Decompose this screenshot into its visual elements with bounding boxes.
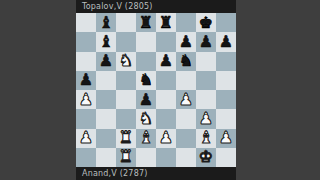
square-a3[interactable]	[76, 109, 96, 128]
square-h2[interactable]: ♟	[216, 129, 236, 148]
white-knight-icon: ♞	[139, 110, 153, 126]
square-e1[interactable]	[156, 148, 176, 167]
black-pawn-icon: ♟	[79, 72, 93, 88]
square-b5[interactable]	[96, 71, 116, 90]
square-f1[interactable]	[176, 148, 196, 167]
square-d1[interactable]	[136, 148, 156, 167]
square-a1[interactable]	[76, 148, 96, 167]
square-f2[interactable]	[176, 129, 196, 148]
white-king-icon: ♚	[199, 149, 213, 165]
black-knight-icon: ♞	[139, 72, 153, 88]
chess-board[interactable]: ♝♜♜♚♝♟♟♟♟♞♟♞♟♞♟♟♟♞♟♟♜♝♟♝♟♜♚	[76, 13, 236, 167]
square-g8[interactable]: ♚	[196, 13, 216, 32]
white-rook-icon: ♜	[119, 149, 133, 165]
square-h3[interactable]	[216, 109, 236, 128]
square-d3[interactable]: ♞	[136, 109, 156, 128]
white-player-bar: Anand,V (2787)	[76, 167, 236, 180]
black-pawn-icon: ♟	[99, 53, 113, 69]
square-a6[interactable]	[76, 52, 96, 71]
black-rook-icon: ♜	[139, 14, 153, 30]
square-d6[interactable]	[136, 52, 156, 71]
white-pawn-icon: ♟	[79, 91, 93, 107]
chess-app-window: Topalov,V (2805) ♝♜♜♚♝♟♟♟♟♞♟♞♟♞♟♟♟♞♟♟♜♝♟…	[76, 0, 236, 180]
square-a5[interactable]: ♟	[76, 71, 96, 90]
square-b2[interactable]	[96, 129, 116, 148]
white-knight-icon: ♞	[119, 53, 133, 69]
square-d8[interactable]: ♜	[136, 13, 156, 32]
black-player-label: Topalov,V (2805)	[82, 0, 153, 13]
square-b7[interactable]: ♝	[96, 32, 116, 51]
square-h7[interactable]: ♟	[216, 32, 236, 51]
square-c1[interactable]: ♜	[116, 148, 136, 167]
square-e4[interactable]	[156, 90, 176, 109]
square-a8[interactable]	[76, 13, 96, 32]
white-player-label: Anand,V (2787)	[82, 167, 148, 180]
square-h8[interactable]	[216, 13, 236, 32]
square-f8[interactable]	[176, 13, 196, 32]
square-f6[interactable]: ♞	[176, 52, 196, 71]
square-c7[interactable]	[116, 32, 136, 51]
white-bishop-icon: ♝	[199, 130, 213, 146]
square-e7[interactable]	[156, 32, 176, 51]
white-pawn-icon: ♟	[179, 91, 193, 107]
white-pawn-icon: ♟	[159, 130, 173, 146]
square-b1[interactable]	[96, 148, 116, 167]
square-h6[interactable]	[216, 52, 236, 71]
square-f4[interactable]: ♟	[176, 90, 196, 109]
square-h1[interactable]	[216, 148, 236, 167]
square-c6[interactable]: ♞	[116, 52, 136, 71]
square-h5[interactable]	[216, 71, 236, 90]
square-f7[interactable]: ♟	[176, 32, 196, 51]
black-knight-icon: ♞	[179, 53, 193, 69]
square-g4[interactable]	[196, 90, 216, 109]
white-pawn-icon: ♟	[79, 130, 93, 146]
square-f5[interactable]	[176, 71, 196, 90]
square-g5[interactable]	[196, 71, 216, 90]
black-pawn-icon: ♟	[139, 91, 153, 107]
white-pawn-icon: ♟	[219, 130, 233, 146]
square-e3[interactable]	[156, 109, 176, 128]
square-g2[interactable]: ♝	[196, 129, 216, 148]
black-pawn-icon: ♟	[219, 33, 233, 49]
square-h4[interactable]	[216, 90, 236, 109]
square-c4[interactable]	[116, 90, 136, 109]
square-c3[interactable]	[116, 109, 136, 128]
square-e5[interactable]	[156, 71, 176, 90]
black-bishop-icon: ♝	[99, 33, 113, 49]
square-c5[interactable]	[116, 71, 136, 90]
square-g3[interactable]: ♟	[196, 109, 216, 128]
square-f3[interactable]	[176, 109, 196, 128]
square-d2[interactable]: ♝	[136, 129, 156, 148]
square-a4[interactable]: ♟	[76, 90, 96, 109]
square-d5[interactable]: ♞	[136, 71, 156, 90]
black-pawn-icon: ♟	[199, 33, 213, 49]
square-b4[interactable]	[96, 90, 116, 109]
square-c8[interactable]	[116, 13, 136, 32]
square-e6[interactable]: ♟	[156, 52, 176, 71]
square-b8[interactable]: ♝	[96, 13, 116, 32]
square-g7[interactable]: ♟	[196, 32, 216, 51]
square-a2[interactable]: ♟	[76, 129, 96, 148]
square-d7[interactable]	[136, 32, 156, 51]
square-g6[interactable]	[196, 52, 216, 71]
black-player-bar: Topalov,V (2805)	[76, 0, 236, 13]
square-b6[interactable]: ♟	[96, 52, 116, 71]
square-g1[interactable]: ♚	[196, 148, 216, 167]
white-rook-icon: ♜	[119, 130, 133, 146]
square-c2[interactable]: ♜	[116, 129, 136, 148]
black-rook-icon: ♜	[159, 14, 173, 30]
white-bishop-icon: ♝	[139, 130, 153, 146]
black-pawn-icon: ♟	[159, 53, 173, 69]
square-e2[interactable]: ♟	[156, 129, 176, 148]
black-king-icon: ♚	[199, 14, 213, 30]
square-d4[interactable]: ♟	[136, 90, 156, 109]
black-bishop-icon: ♝	[99, 14, 113, 30]
square-b3[interactable]	[96, 109, 116, 128]
black-pawn-icon: ♟	[179, 33, 193, 49]
square-a7[interactable]	[76, 32, 96, 51]
square-e8[interactable]: ♜	[156, 13, 176, 32]
white-pawn-icon: ♟	[199, 110, 213, 126]
